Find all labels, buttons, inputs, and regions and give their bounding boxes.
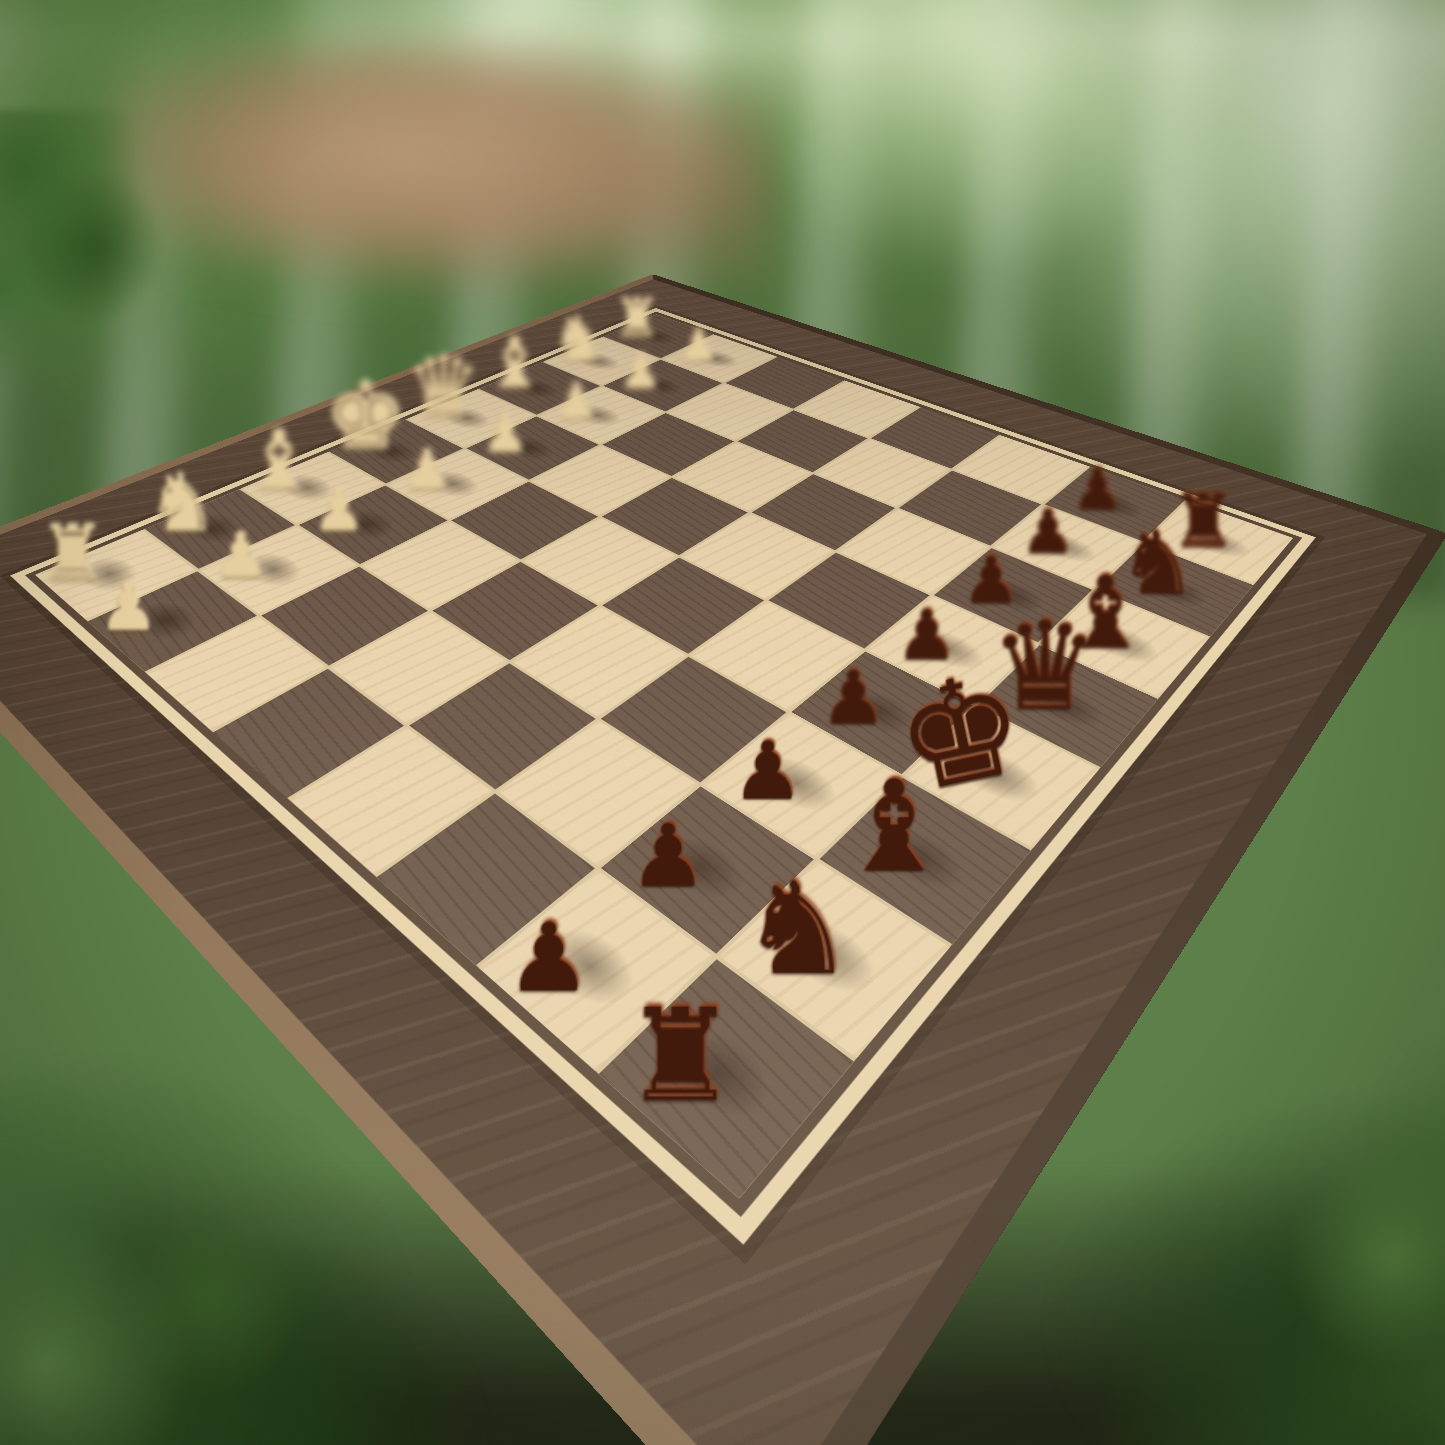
black-pawn-g7[interactable]: ♟ [629, 813, 707, 900]
white-knight-b1[interactable]: ♞ [551, 308, 607, 370]
white-pawn-f2[interactable]: ♟ [313, 481, 366, 540]
white-pawn-b2[interactable]: ♟ [619, 348, 662, 396]
fern-left-edge [0, 110, 240, 410]
black-pawn-a7[interactable]: ♟ [1072, 461, 1123, 518]
black-knight-g8[interactable]: ♞ [739, 866, 854, 994]
white-bishop-f1[interactable]: ♝ [242, 420, 315, 502]
white-rook-h1[interactable]: ♜ [38, 514, 107, 591]
white-bishop-c1[interactable]: ♝ [483, 328, 546, 398]
square-g4[interactable] [330, 612, 507, 724]
white-pawn-c2[interactable]: ♟ [554, 376, 599, 426]
white-pawn-h2[interactable]: ♟ [99, 574, 159, 640]
white-knight-g1[interactable]: ♞ [146, 463, 218, 544]
white-queen-d1[interactable]: ♛ [406, 346, 481, 430]
square-h2[interactable]: ♟ [88, 572, 257, 673]
foliage-bottom-right [975, 1045, 1445, 1445]
black-pawn-e7[interactable]: ♟ [820, 661, 886, 735]
white-rook-a1[interactable]: ♜ [613, 291, 661, 345]
white-pawn-d2[interactable]: ♟ [482, 407, 529, 460]
white-pawn-e2[interactable]: ♟ [402, 442, 452, 497]
white-king-e1[interactable]: ♚ [324, 369, 408, 463]
black-pawn-f7[interactable]: ♟ [732, 731, 803, 811]
white-pawn-a2[interactable]: ♟ [678, 322, 719, 367]
white-pawn-g2[interactable]: ♟ [212, 524, 268, 586]
black-pawn-h7[interactable]: ♟ [507, 911, 592, 1006]
outdoor-chess-scene: ♜♟♟♜♞♟♟♞♝♟♟♝♛♟♟♛♚♟♟♚♝♟♟♝♞♟♟♞♜♟♟♜ [0, 0, 1445, 1445]
black-rook-h8[interactable]: ♜ [623, 991, 737, 1119]
foliage-bottom-left [0, 975, 510, 1445]
